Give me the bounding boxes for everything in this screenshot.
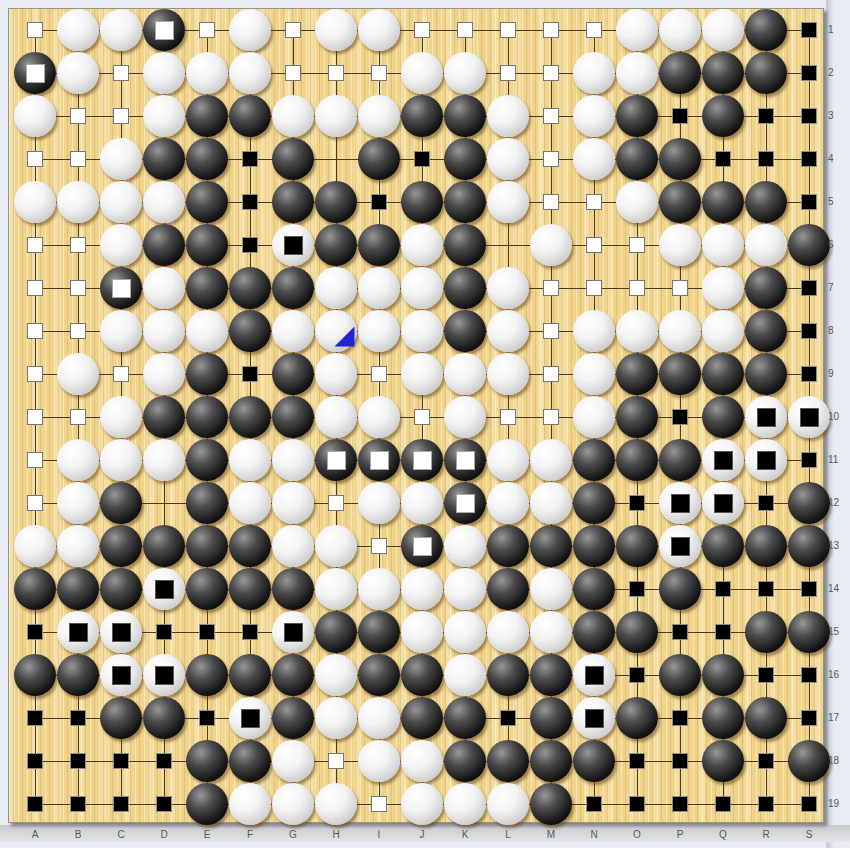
intersection-J9[interactable] <box>400 352 443 395</box>
intersection-E8[interactable] <box>185 309 228 352</box>
intersection-D19[interactable] <box>142 782 185 825</box>
intersection-I2[interactable] <box>357 51 400 94</box>
intersection-H17[interactable] <box>314 696 357 739</box>
intersection-O18[interactable] <box>615 739 658 782</box>
intersection-G8[interactable] <box>271 309 314 352</box>
intersection-P8[interactable] <box>658 309 701 352</box>
intersection-I8[interactable] <box>357 309 400 352</box>
intersection-E4[interactable] <box>185 137 228 180</box>
intersection-P10[interactable] <box>658 395 701 438</box>
intersection-H14[interactable] <box>314 567 357 610</box>
intersection-R1[interactable] <box>744 8 787 51</box>
intersection-M2[interactable] <box>529 51 572 94</box>
intersection-B18[interactable] <box>56 739 99 782</box>
intersection-D3[interactable] <box>142 94 185 137</box>
intersection-L11[interactable] <box>486 438 529 481</box>
intersection-H4[interactable] <box>314 137 357 180</box>
intersection-S5[interactable] <box>787 180 830 223</box>
intersection-M9[interactable] <box>529 352 572 395</box>
intersection-Q4[interactable] <box>701 137 744 180</box>
intersection-N2[interactable] <box>572 51 615 94</box>
intersection-M12[interactable] <box>529 481 572 524</box>
intersection-I17[interactable] <box>357 696 400 739</box>
intersection-M1[interactable] <box>529 8 572 51</box>
intersection-B3[interactable] <box>56 94 99 137</box>
intersection-D4[interactable] <box>142 137 185 180</box>
intersection-Q1[interactable] <box>701 8 744 51</box>
intersection-I9[interactable] <box>357 352 400 395</box>
intersection-I7[interactable] <box>357 266 400 309</box>
intersection-R9[interactable] <box>744 352 787 395</box>
intersection-F17[interactable] <box>228 696 271 739</box>
intersection-R10[interactable] <box>744 395 787 438</box>
intersection-L1[interactable] <box>486 8 529 51</box>
intersection-I13[interactable] <box>357 524 400 567</box>
intersection-G16[interactable] <box>271 653 314 696</box>
intersection-S13[interactable] <box>787 524 830 567</box>
intersection-O17[interactable] <box>615 696 658 739</box>
intersection-C10[interactable] <box>99 395 142 438</box>
intersection-F14[interactable] <box>228 567 271 610</box>
intersection-M5[interactable] <box>529 180 572 223</box>
intersection-M14[interactable] <box>529 567 572 610</box>
intersection-O11[interactable] <box>615 438 658 481</box>
intersection-Q11[interactable] <box>701 438 744 481</box>
intersection-Q5[interactable] <box>701 180 744 223</box>
intersection-B15[interactable] <box>56 610 99 653</box>
intersection-A7[interactable] <box>13 266 56 309</box>
intersection-H15[interactable] <box>314 610 357 653</box>
intersection-E18[interactable] <box>185 739 228 782</box>
intersection-G9[interactable] <box>271 352 314 395</box>
intersection-I19[interactable] <box>357 782 400 825</box>
intersection-L8[interactable] <box>486 309 529 352</box>
intersection-E9[interactable] <box>185 352 228 395</box>
intersection-M10[interactable] <box>529 395 572 438</box>
intersection-E2[interactable] <box>185 51 228 94</box>
intersection-B17[interactable] <box>56 696 99 739</box>
intersection-B8[interactable] <box>56 309 99 352</box>
intersection-K4[interactable] <box>443 137 486 180</box>
intersection-B1[interactable] <box>56 8 99 51</box>
intersection-J1[interactable] <box>400 8 443 51</box>
intersection-D9[interactable] <box>142 352 185 395</box>
intersection-A5[interactable] <box>13 180 56 223</box>
intersection-N12[interactable] <box>572 481 615 524</box>
intersection-S3[interactable] <box>787 94 830 137</box>
intersection-G18[interactable] <box>271 739 314 782</box>
intersection-I1[interactable] <box>357 8 400 51</box>
intersection-R12[interactable] <box>744 481 787 524</box>
intersection-F6[interactable] <box>228 223 271 266</box>
intersection-H2[interactable] <box>314 51 357 94</box>
intersection-D6[interactable] <box>142 223 185 266</box>
intersection-C13[interactable] <box>99 524 142 567</box>
intersection-F5[interactable] <box>228 180 271 223</box>
intersection-D11[interactable] <box>142 438 185 481</box>
intersection-I16[interactable] <box>357 653 400 696</box>
intersection-N11[interactable] <box>572 438 615 481</box>
intersection-C16[interactable] <box>99 653 142 696</box>
intersection-J3[interactable] <box>400 94 443 137</box>
intersection-F16[interactable] <box>228 653 271 696</box>
intersection-E13[interactable] <box>185 524 228 567</box>
intersection-K6[interactable] <box>443 223 486 266</box>
intersection-F4[interactable] <box>228 137 271 180</box>
intersection-O10[interactable] <box>615 395 658 438</box>
intersection-B12[interactable] <box>56 481 99 524</box>
intersection-F11[interactable] <box>228 438 271 481</box>
intersection-A11[interactable] <box>13 438 56 481</box>
intersection-Q19[interactable] <box>701 782 744 825</box>
intersection-E14[interactable] <box>185 567 228 610</box>
intersection-M18[interactable] <box>529 739 572 782</box>
intersection-N17[interactable] <box>572 696 615 739</box>
intersection-J19[interactable] <box>400 782 443 825</box>
intersection-H6[interactable] <box>314 223 357 266</box>
intersection-H3[interactable] <box>314 94 357 137</box>
intersection-G14[interactable] <box>271 567 314 610</box>
intersection-Q18[interactable] <box>701 739 744 782</box>
intersection-K19[interactable] <box>443 782 486 825</box>
intersection-K3[interactable] <box>443 94 486 137</box>
intersection-O13[interactable] <box>615 524 658 567</box>
intersection-D8[interactable] <box>142 309 185 352</box>
intersection-P13[interactable] <box>658 524 701 567</box>
intersection-C18[interactable] <box>99 739 142 782</box>
intersection-Q16[interactable] <box>701 653 744 696</box>
intersection-G12[interactable] <box>271 481 314 524</box>
intersection-Q6[interactable] <box>701 223 744 266</box>
intersection-Q13[interactable] <box>701 524 744 567</box>
intersection-A14[interactable] <box>13 567 56 610</box>
intersection-H5[interactable] <box>314 180 357 223</box>
go-board[interactable] <box>8 8 824 823</box>
intersection-D17[interactable] <box>142 696 185 739</box>
intersection-D18[interactable] <box>142 739 185 782</box>
intersection-N10[interactable] <box>572 395 615 438</box>
intersection-P4[interactable] <box>658 137 701 180</box>
intersection-F10[interactable] <box>228 395 271 438</box>
intersection-O16[interactable] <box>615 653 658 696</box>
intersection-D15[interactable] <box>142 610 185 653</box>
intersection-M17[interactable] <box>529 696 572 739</box>
intersection-I4[interactable] <box>357 137 400 180</box>
intersection-R11[interactable] <box>744 438 787 481</box>
intersection-G2[interactable] <box>271 51 314 94</box>
intersection-N14[interactable] <box>572 567 615 610</box>
intersection-F12[interactable] <box>228 481 271 524</box>
intersection-P15[interactable] <box>658 610 701 653</box>
intersection-H1[interactable] <box>314 8 357 51</box>
intersection-K11[interactable] <box>443 438 486 481</box>
intersection-E12[interactable] <box>185 481 228 524</box>
intersection-D2[interactable] <box>142 51 185 94</box>
intersection-A15[interactable] <box>13 610 56 653</box>
intersection-J13[interactable] <box>400 524 443 567</box>
intersection-S18[interactable] <box>787 739 830 782</box>
intersection-D1[interactable] <box>142 8 185 51</box>
intersection-G4[interactable] <box>271 137 314 180</box>
intersection-O5[interactable] <box>615 180 658 223</box>
intersection-O2[interactable] <box>615 51 658 94</box>
intersection-R15[interactable] <box>744 610 787 653</box>
intersection-D14[interactable] <box>142 567 185 610</box>
intersection-J15[interactable] <box>400 610 443 653</box>
intersection-A4[interactable] <box>13 137 56 180</box>
intersection-L10[interactable] <box>486 395 529 438</box>
intersection-Q3[interactable] <box>701 94 744 137</box>
intersection-E7[interactable] <box>185 266 228 309</box>
intersection-F13[interactable] <box>228 524 271 567</box>
intersection-S8[interactable] <box>787 309 830 352</box>
intersection-S4[interactable] <box>787 137 830 180</box>
intersection-P12[interactable] <box>658 481 701 524</box>
intersection-P17[interactable] <box>658 696 701 739</box>
intersection-M6[interactable] <box>529 223 572 266</box>
intersection-R14[interactable] <box>744 567 787 610</box>
intersection-I5[interactable] <box>357 180 400 223</box>
intersection-F9[interactable] <box>228 352 271 395</box>
intersection-B16[interactable] <box>56 653 99 696</box>
intersection-M7[interactable] <box>529 266 572 309</box>
intersection-L16[interactable] <box>486 653 529 696</box>
intersection-O6[interactable] <box>615 223 658 266</box>
intersection-J2[interactable] <box>400 51 443 94</box>
intersection-C4[interactable] <box>99 137 142 180</box>
intersection-C7[interactable] <box>99 266 142 309</box>
intersection-N19[interactable] <box>572 782 615 825</box>
intersection-S17[interactable] <box>787 696 830 739</box>
intersection-O4[interactable] <box>615 137 658 180</box>
intersection-Q17[interactable] <box>701 696 744 739</box>
intersection-O3[interactable] <box>615 94 658 137</box>
intersection-J12[interactable] <box>400 481 443 524</box>
intersection-L7[interactable] <box>486 266 529 309</box>
intersection-C12[interactable] <box>99 481 142 524</box>
intersection-F1[interactable] <box>228 8 271 51</box>
intersection-C1[interactable] <box>99 8 142 51</box>
intersection-D13[interactable] <box>142 524 185 567</box>
intersection-O14[interactable] <box>615 567 658 610</box>
intersection-C15[interactable] <box>99 610 142 653</box>
intersection-S19[interactable] <box>787 782 830 825</box>
intersection-G11[interactable] <box>271 438 314 481</box>
intersection-F8[interactable] <box>228 309 271 352</box>
intersection-S2[interactable] <box>787 51 830 94</box>
intersection-O9[interactable] <box>615 352 658 395</box>
intersection-C6[interactable] <box>99 223 142 266</box>
intersection-G6[interactable] <box>271 223 314 266</box>
intersection-E1[interactable] <box>185 8 228 51</box>
intersection-C11[interactable] <box>99 438 142 481</box>
intersection-A18[interactable] <box>13 739 56 782</box>
intersection-A8[interactable] <box>13 309 56 352</box>
intersection-F7[interactable] <box>228 266 271 309</box>
intersection-S14[interactable] <box>787 567 830 610</box>
intersection-N18[interactable] <box>572 739 615 782</box>
intersection-J11[interactable] <box>400 438 443 481</box>
intersection-B4[interactable] <box>56 137 99 180</box>
intersection-D5[interactable] <box>142 180 185 223</box>
intersection-J14[interactable] <box>400 567 443 610</box>
intersection-L2[interactable] <box>486 51 529 94</box>
intersection-A6[interactable] <box>13 223 56 266</box>
intersection-N16[interactable] <box>572 653 615 696</box>
intersection-A3[interactable] <box>13 94 56 137</box>
intersection-F3[interactable] <box>228 94 271 137</box>
intersection-N6[interactable] <box>572 223 615 266</box>
intersection-G3[interactable] <box>271 94 314 137</box>
intersection-N1[interactable] <box>572 8 615 51</box>
intersection-D12[interactable] <box>142 481 185 524</box>
intersection-I10[interactable] <box>357 395 400 438</box>
intersection-R5[interactable] <box>744 180 787 223</box>
intersection-H7[interactable] <box>314 266 357 309</box>
intersection-F15[interactable] <box>228 610 271 653</box>
intersection-R3[interactable] <box>744 94 787 137</box>
intersection-D7[interactable] <box>142 266 185 309</box>
intersection-O15[interactable] <box>615 610 658 653</box>
intersection-O7[interactable] <box>615 266 658 309</box>
intersection-N13[interactable] <box>572 524 615 567</box>
intersection-C2[interactable] <box>99 51 142 94</box>
intersection-C9[interactable] <box>99 352 142 395</box>
intersection-S15[interactable] <box>787 610 830 653</box>
intersection-E6[interactable] <box>185 223 228 266</box>
intersection-D10[interactable] <box>142 395 185 438</box>
intersection-I3[interactable] <box>357 94 400 137</box>
intersection-L3[interactable] <box>486 94 529 137</box>
intersection-B13[interactable] <box>56 524 99 567</box>
intersection-A2[interactable] <box>13 51 56 94</box>
intersection-I12[interactable] <box>357 481 400 524</box>
intersection-H18[interactable] <box>314 739 357 782</box>
intersection-P5[interactable] <box>658 180 701 223</box>
intersection-B2[interactable] <box>56 51 99 94</box>
intersection-S6[interactable] <box>787 223 830 266</box>
intersection-Q15[interactable] <box>701 610 744 653</box>
intersection-P6[interactable] <box>658 223 701 266</box>
intersection-R4[interactable] <box>744 137 787 180</box>
intersection-L17[interactable] <box>486 696 529 739</box>
intersection-K14[interactable] <box>443 567 486 610</box>
intersection-E16[interactable] <box>185 653 228 696</box>
intersection-L14[interactable] <box>486 567 529 610</box>
intersection-N5[interactable] <box>572 180 615 223</box>
intersection-K15[interactable] <box>443 610 486 653</box>
intersection-L5[interactable] <box>486 180 529 223</box>
intersection-H12[interactable] <box>314 481 357 524</box>
intersection-A17[interactable] <box>13 696 56 739</box>
intersection-B9[interactable] <box>56 352 99 395</box>
intersection-Q7[interactable] <box>701 266 744 309</box>
intersection-F2[interactable] <box>228 51 271 94</box>
intersection-B7[interactable] <box>56 266 99 309</box>
intersection-N4[interactable] <box>572 137 615 180</box>
intersection-O19[interactable] <box>615 782 658 825</box>
intersection-N3[interactable] <box>572 94 615 137</box>
intersection-E19[interactable] <box>185 782 228 825</box>
intersection-L18[interactable] <box>486 739 529 782</box>
intersection-A19[interactable] <box>13 782 56 825</box>
intersection-R18[interactable] <box>744 739 787 782</box>
intersection-B11[interactable] <box>56 438 99 481</box>
intersection-E11[interactable] <box>185 438 228 481</box>
intersection-O12[interactable] <box>615 481 658 524</box>
intersection-O1[interactable] <box>615 8 658 51</box>
intersection-B14[interactable] <box>56 567 99 610</box>
intersection-J6[interactable] <box>400 223 443 266</box>
intersection-L9[interactable] <box>486 352 529 395</box>
intersection-C19[interactable] <box>99 782 142 825</box>
intersection-E5[interactable] <box>185 180 228 223</box>
intersection-R2[interactable] <box>744 51 787 94</box>
intersection-E17[interactable] <box>185 696 228 739</box>
intersection-L6[interactable] <box>486 223 529 266</box>
intersection-A12[interactable] <box>13 481 56 524</box>
intersection-L19[interactable] <box>486 782 529 825</box>
intersection-Q10[interactable] <box>701 395 744 438</box>
intersection-N7[interactable] <box>572 266 615 309</box>
intersection-C5[interactable] <box>99 180 142 223</box>
intersection-K5[interactable] <box>443 180 486 223</box>
intersection-K7[interactable] <box>443 266 486 309</box>
intersection-J17[interactable] <box>400 696 443 739</box>
intersection-H13[interactable] <box>314 524 357 567</box>
intersection-G17[interactable] <box>271 696 314 739</box>
intersection-K17[interactable] <box>443 696 486 739</box>
intersection-A9[interactable] <box>13 352 56 395</box>
intersection-B10[interactable] <box>56 395 99 438</box>
intersection-N8[interactable] <box>572 309 615 352</box>
intersection-E3[interactable] <box>185 94 228 137</box>
intersection-R16[interactable] <box>744 653 787 696</box>
intersection-R19[interactable] <box>744 782 787 825</box>
intersection-Q8[interactable] <box>701 309 744 352</box>
intersection-Q12[interactable] <box>701 481 744 524</box>
intersection-P19[interactable] <box>658 782 701 825</box>
intersection-S1[interactable] <box>787 8 830 51</box>
intersection-S11[interactable] <box>787 438 830 481</box>
intersection-G5[interactable] <box>271 180 314 223</box>
intersection-H8[interactable] <box>314 309 357 352</box>
intersection-B19[interactable] <box>56 782 99 825</box>
intersection-R13[interactable] <box>744 524 787 567</box>
intersection-J8[interactable] <box>400 309 443 352</box>
intersection-L4[interactable] <box>486 137 529 180</box>
intersection-K12[interactable] <box>443 481 486 524</box>
intersection-B5[interactable] <box>56 180 99 223</box>
intersection-R6[interactable] <box>744 223 787 266</box>
intersection-S12[interactable] <box>787 481 830 524</box>
intersection-H10[interactable] <box>314 395 357 438</box>
intersection-I18[interactable] <box>357 739 400 782</box>
intersection-J4[interactable] <box>400 137 443 180</box>
intersection-A16[interactable] <box>13 653 56 696</box>
intersection-S7[interactable] <box>787 266 830 309</box>
intersection-D16[interactable] <box>142 653 185 696</box>
intersection-O8[interactable] <box>615 309 658 352</box>
intersection-J5[interactable] <box>400 180 443 223</box>
intersection-F19[interactable] <box>228 782 271 825</box>
intersection-H19[interactable] <box>314 782 357 825</box>
intersection-L13[interactable] <box>486 524 529 567</box>
intersection-J10[interactable] <box>400 395 443 438</box>
intersection-I14[interactable] <box>357 567 400 610</box>
intersection-A1[interactable] <box>13 8 56 51</box>
intersection-R8[interactable] <box>744 309 787 352</box>
